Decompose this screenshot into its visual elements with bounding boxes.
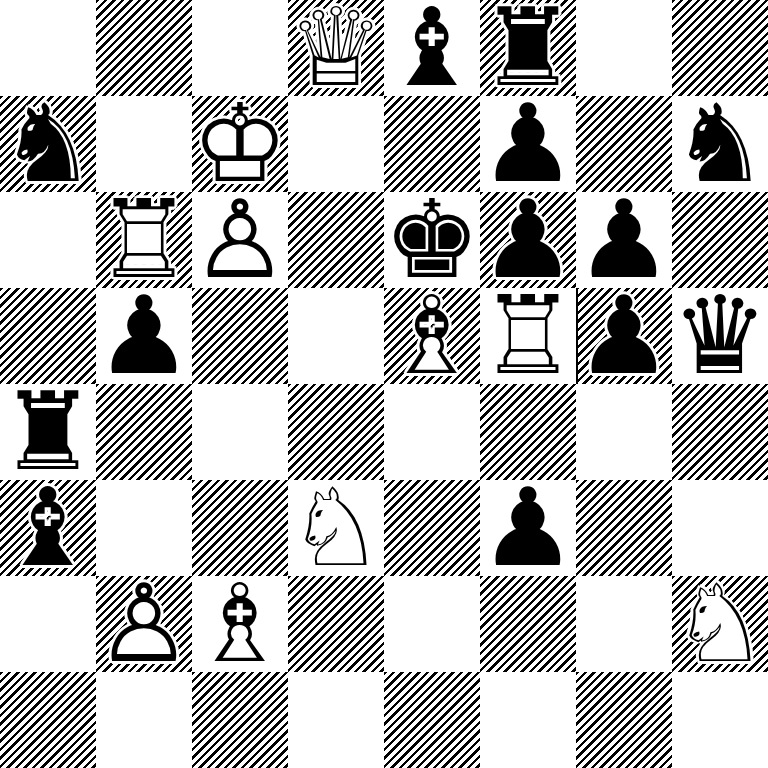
chess-board: ♛♕♝♝♜♜♞♞♚♔♟♟♞♞♜♖♟♙♚♚♟♟♟♟♟♟♝♗♜♖♟♟♛♛♜♜♝♝♞♘… (0, 0, 768, 768)
square-g6[interactable]: ♟♟ (576, 192, 672, 288)
black-rook-piece: ♜ (480, 0, 576, 96)
black-rook-piece: ♜ (0, 384, 96, 480)
piece-halo: ♞ (288, 480, 384, 576)
square-g7[interactable] (576, 96, 672, 192)
black-king-piece: ♚ (384, 192, 480, 288)
piece-halo: ♞ (672, 96, 768, 192)
square-f4[interactable] (480, 384, 576, 480)
black-knight-piece: ♞ (672, 96, 768, 192)
black-pawn-piece: ♟ (576, 192, 672, 288)
square-a2[interactable] (0, 576, 96, 672)
white-rook-piece: ♖ (480, 288, 576, 384)
square-h8[interactable] (672, 0, 768, 96)
piece-halo: ♟ (576, 288, 672, 384)
square-c7[interactable]: ♚♔ (192, 96, 288, 192)
white-rook-piece: ♖ (96, 192, 192, 288)
black-pawn-piece: ♟ (480, 480, 576, 576)
square-e4[interactable] (384, 384, 480, 480)
square-e5[interactable]: ♝♗ (384, 288, 480, 384)
square-g4[interactable] (576, 384, 672, 480)
square-f1[interactable] (480, 672, 576, 768)
square-e2[interactable] (384, 576, 480, 672)
square-c3[interactable] (192, 480, 288, 576)
square-e1[interactable] (384, 672, 480, 768)
black-knight-piece: ♞ (0, 96, 96, 192)
piece-halo: ♜ (480, 288, 576, 384)
square-a5[interactable] (0, 288, 96, 384)
white-knight-piece: ♘ (288, 480, 384, 576)
piece-halo: ♜ (96, 192, 192, 288)
square-f3[interactable]: ♟♟ (480, 480, 576, 576)
square-b5[interactable]: ♟♟ (96, 288, 192, 384)
piece-halo: ♞ (0, 96, 96, 192)
white-pawn-piece: ♙ (192, 192, 288, 288)
square-c5[interactable] (192, 288, 288, 384)
white-king-piece: ♔ (192, 96, 288, 192)
piece-halo: ♚ (192, 96, 288, 192)
square-b2[interactable]: ♟♙ (96, 576, 192, 672)
piece-halo: ♝ (384, 0, 480, 96)
piece-halo: ♟ (576, 192, 672, 288)
piece-halo: ♝ (192, 576, 288, 672)
square-g1[interactable] (576, 672, 672, 768)
piece-halo: ♟ (192, 192, 288, 288)
piece-halo: ♝ (0, 480, 96, 576)
piece-halo: ♝ (384, 288, 480, 384)
square-h4[interactable] (672, 384, 768, 480)
white-bishop-piece: ♗ (384, 288, 480, 384)
square-b7[interactable] (96, 96, 192, 192)
piece-halo: ♜ (0, 384, 96, 480)
square-d2[interactable] (288, 576, 384, 672)
black-bishop-piece: ♝ (0, 480, 96, 576)
square-f6[interactable]: ♟♟ (480, 192, 576, 288)
square-f8[interactable]: ♜♜ (480, 0, 576, 96)
square-a4[interactable]: ♜♜ (0, 384, 96, 480)
piece-halo: ♛ (288, 0, 384, 96)
piece-halo: ♟ (480, 480, 576, 576)
square-c1[interactable] (192, 672, 288, 768)
white-bishop-piece: ♗ (192, 576, 288, 672)
piece-halo: ♟ (96, 576, 192, 672)
square-f7[interactable]: ♟♟ (480, 96, 576, 192)
square-a8[interactable] (0, 0, 96, 96)
square-d7[interactable] (288, 96, 384, 192)
square-a3[interactable]: ♝♝ (0, 480, 96, 576)
square-f2[interactable] (480, 576, 576, 672)
square-g2[interactable] (576, 576, 672, 672)
black-pawn-piece: ♟ (480, 96, 576, 192)
square-g5[interactable]: ♟♟ (576, 288, 672, 384)
black-pawn-piece: ♟ (96, 288, 192, 384)
square-c4[interactable] (192, 384, 288, 480)
square-h5[interactable]: ♛♛ (672, 288, 768, 384)
piece-halo: ♚ (384, 192, 480, 288)
square-g3[interactable] (576, 480, 672, 576)
square-b8[interactable] (96, 0, 192, 96)
square-e6[interactable]: ♚♚ (384, 192, 480, 288)
square-h6[interactable] (672, 192, 768, 288)
square-h2[interactable]: ♞♘ (672, 576, 768, 672)
piece-halo: ♟ (96, 288, 192, 384)
square-b3[interactable] (96, 480, 192, 576)
square-a7[interactable]: ♞♞ (0, 96, 96, 192)
square-d4[interactable] (288, 384, 384, 480)
square-e8[interactable]: ♝♝ (384, 0, 480, 96)
square-d5[interactable] (288, 288, 384, 384)
square-h7[interactable]: ♞♞ (672, 96, 768, 192)
square-b1[interactable] (96, 672, 192, 768)
square-b4[interactable] (96, 384, 192, 480)
white-queen-piece: ♕ (288, 0, 384, 96)
square-d3[interactable]: ♞♘ (288, 480, 384, 576)
square-e3[interactable] (384, 480, 480, 576)
piece-halo: ♞ (672, 576, 768, 672)
square-d6[interactable] (288, 192, 384, 288)
white-knight-piece: ♘ (672, 576, 768, 672)
square-h1[interactable] (672, 672, 768, 768)
square-d8[interactable]: ♛♕ (288, 0, 384, 96)
square-c6[interactable]: ♟♙ (192, 192, 288, 288)
square-g8[interactable] (576, 0, 672, 96)
piece-halo: ♛ (672, 288, 768, 384)
square-c8[interactable] (192, 0, 288, 96)
piece-halo: ♟ (480, 192, 576, 288)
square-h3[interactable] (672, 480, 768, 576)
square-b6[interactable]: ♜♖ (96, 192, 192, 288)
black-bishop-piece: ♝ (384, 0, 480, 96)
square-a1[interactable] (0, 672, 96, 768)
piece-halo: ♜ (480, 0, 576, 96)
square-e7[interactable] (384, 96, 480, 192)
black-queen-piece: ♛ (672, 288, 768, 384)
square-a6[interactable] (0, 192, 96, 288)
square-d1[interactable] (288, 672, 384, 768)
square-f5[interactable]: ♜♖ (480, 288, 576, 384)
square-c2[interactable]: ♝♗ (192, 576, 288, 672)
black-pawn-piece: ♟ (480, 192, 576, 288)
piece-halo: ♟ (480, 96, 576, 192)
black-pawn-piece: ♟ (576, 288, 672, 384)
white-pawn-piece: ♙ (96, 576, 192, 672)
